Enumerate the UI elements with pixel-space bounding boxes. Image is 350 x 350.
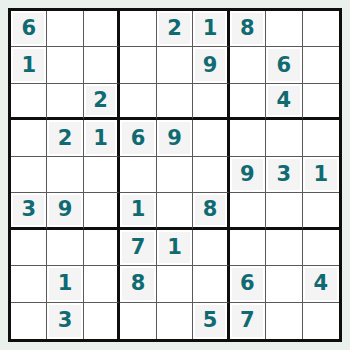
cell-r9c5[interactable] (157, 303, 193, 339)
cell-r2c6: 9 (193, 47, 229, 83)
cell-r3c9[interactable] (303, 84, 339, 120)
cell-r2c4[interactable] (120, 47, 156, 83)
cell-r1c5: 2 (157, 11, 193, 47)
cell-r7c9[interactable] (303, 230, 339, 266)
cell-r3c1[interactable] (11, 84, 47, 120)
cell-r2c7[interactable] (230, 47, 266, 83)
cell-r7c8[interactable] (266, 230, 302, 266)
cell-r3c5[interactable] (157, 84, 193, 120)
cell-r6c7[interactable] (230, 193, 266, 229)
cell-r4c4: 6 (120, 120, 156, 156)
cell-r1c1: 6 (11, 11, 47, 47)
cell-r3c2[interactable] (47, 84, 83, 120)
cell-r3c3: 2 (84, 84, 120, 120)
cell-r9c9[interactable] (303, 303, 339, 339)
cell-r6c2: 9 (47, 193, 83, 229)
cell-r1c6: 1 (193, 11, 229, 47)
cell-r7c4: 7 (120, 230, 156, 266)
cell-r9c4[interactable] (120, 303, 156, 339)
cell-r8c1[interactable] (11, 266, 47, 302)
cell-r1c2[interactable] (47, 11, 83, 47)
cell-r1c4[interactable] (120, 11, 156, 47)
cell-r4c3: 1 (84, 120, 120, 156)
cell-r5c5[interactable] (157, 157, 193, 193)
cell-r7c2[interactable] (47, 230, 83, 266)
cell-r5c7: 9 (230, 157, 266, 193)
cell-r5c3[interactable] (84, 157, 120, 193)
cell-r9c3[interactable] (84, 303, 120, 339)
cell-r8c9: 4 (303, 266, 339, 302)
cell-r4c5: 9 (157, 120, 193, 156)
cell-r8c3[interactable] (84, 266, 120, 302)
cell-r8c6[interactable] (193, 266, 229, 302)
cell-r9c2: 3 (47, 303, 83, 339)
cell-r7c1[interactable] (11, 230, 47, 266)
cell-r9c7: 7 (230, 303, 266, 339)
cell-r8c4: 8 (120, 266, 156, 302)
cell-r2c2[interactable] (47, 47, 83, 83)
cell-r4c9[interactable] (303, 120, 339, 156)
cell-r1c7: 8 (230, 11, 266, 47)
cell-r4c7[interactable] (230, 120, 266, 156)
cell-r3c6[interactable] (193, 84, 229, 120)
cell-r6c8[interactable] (266, 193, 302, 229)
cell-r5c4[interactable] (120, 157, 156, 193)
cell-r6c6: 8 (193, 193, 229, 229)
cell-r5c9: 1 (303, 157, 339, 193)
cell-r3c8: 4 (266, 84, 302, 120)
cell-r7c5: 1 (157, 230, 193, 266)
cell-r6c4: 1 (120, 193, 156, 229)
cell-r5c8: 3 (266, 157, 302, 193)
cell-r1c8[interactable] (266, 11, 302, 47)
cell-r9c6: 5 (193, 303, 229, 339)
cell-r9c1[interactable] (11, 303, 47, 339)
cell-r6c5[interactable] (157, 193, 193, 229)
cell-r7c6[interactable] (193, 230, 229, 266)
cell-r4c2: 2 (47, 120, 83, 156)
sudoku-board: 62181962421699313918711864357 (8, 8, 342, 342)
cell-r2c5[interactable] (157, 47, 193, 83)
cell-r3c7[interactable] (230, 84, 266, 120)
cell-r8c2: 1 (47, 266, 83, 302)
cell-r5c6[interactable] (193, 157, 229, 193)
cell-r4c1[interactable] (11, 120, 47, 156)
cell-r7c3[interactable] (84, 230, 120, 266)
cell-r8c5[interactable] (157, 266, 193, 302)
cell-r2c1: 1 (11, 47, 47, 83)
cell-r9c8[interactable] (266, 303, 302, 339)
cell-r8c7: 6 (230, 266, 266, 302)
cell-r1c3[interactable] (84, 11, 120, 47)
cell-r6c1: 3 (11, 193, 47, 229)
cell-r1c9[interactable] (303, 11, 339, 47)
cell-r3c4[interactable] (120, 84, 156, 120)
cell-r6c3[interactable] (84, 193, 120, 229)
cell-r6c9[interactable] (303, 193, 339, 229)
cell-r5c2[interactable] (47, 157, 83, 193)
cell-r4c6[interactable] (193, 120, 229, 156)
cell-r8c8[interactable] (266, 266, 302, 302)
cell-r5c1[interactable] (11, 157, 47, 193)
cell-r2c9[interactable] (303, 47, 339, 83)
cell-r7c7[interactable] (230, 230, 266, 266)
cell-r4c8[interactable] (266, 120, 302, 156)
cell-r2c8: 6 (266, 47, 302, 83)
cell-r2c3[interactable] (84, 47, 120, 83)
